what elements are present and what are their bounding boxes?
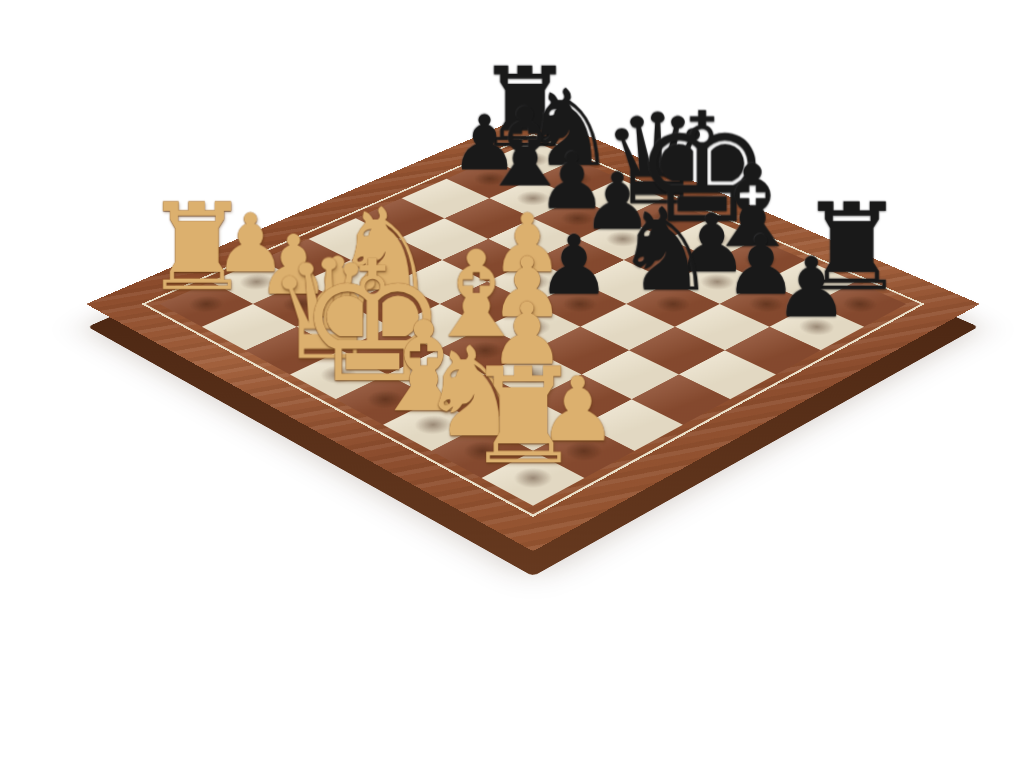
square-h7[interactable]: ♟	[769, 304, 864, 350]
black-pawn-h7[interactable]: ♟	[720, 246, 903, 329]
white-rook-h1[interactable]: ♜	[424, 350, 623, 483]
chess-board[interactable]: ♜♞♛♚♝♜♟♝♟♟♟♟♟♞♟♟♟♞♝♟♟♟♟♟♜♛♚♝♞♜	[86, 112, 980, 551]
product-photo: ♜♞♛♚♝♜♟♝♟♟♟♟♟♞♟♟♟♞♝♟♟♟♟♟♜♛♚♝♞♜	[0, 0, 1024, 768]
board-grid: ♜♞♛♚♝♜♟♝♟♟♟♟♟♞♟♟♟♞♝♟♟♟♟♟♜♛♚♝♞♜	[160, 141, 907, 506]
square-h1[interactable]: ♜	[482, 451, 585, 506]
board-scene: ♜♞♛♚♝♜♟♝♟♟♟♟♟♞♟♟♟♞♝♟♟♟♟♟♜♛♚♝♞♜	[0, 0, 1024, 768]
